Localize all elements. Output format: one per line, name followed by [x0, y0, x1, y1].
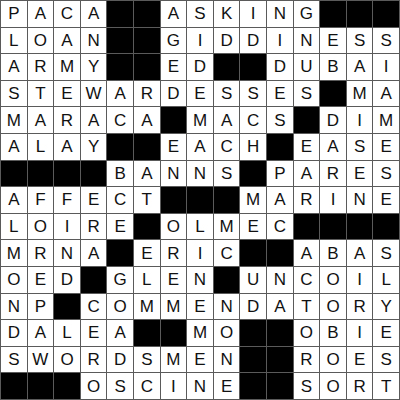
- letter-cell-r12c1[interactable]: N: [1, 294, 28, 321]
- block-cell-r15c3: [54, 373, 81, 400]
- letter-cell-r14c6[interactable]: S: [134, 347, 161, 374]
- block-cell-r6c5: [107, 134, 134, 161]
- letter-cell-r5c11[interactable]: S: [267, 107, 294, 134]
- letter-cell-r13c9[interactable]: O: [214, 320, 241, 347]
- letter-cell-r8c12[interactable]: R: [294, 187, 321, 214]
- letter-cell-r4c7[interactable]: D: [161, 81, 188, 108]
- letter-cell-r3c8[interactable]: D: [187, 54, 214, 81]
- letter-cell-r14c14[interactable]: E: [347, 347, 374, 374]
- letter-cell-r5c1[interactable]: M: [1, 107, 28, 134]
- letter-cell-r1c8[interactable]: S: [187, 1, 214, 28]
- block-cell-r8c9: [214, 187, 241, 214]
- letter-cell-r11c13[interactable]: O: [320, 267, 347, 294]
- letter-cell-r11c10[interactable]: U: [240, 267, 267, 294]
- block-cell-r2c6: [134, 28, 161, 55]
- letter-cell-r13c14[interactable]: I: [347, 320, 374, 347]
- block-cell-r13c10: [240, 320, 267, 347]
- block-cell-r9c13: [320, 214, 347, 241]
- letter-cell-r3c11[interactable]: D: [267, 54, 294, 81]
- letter-cell-r4c9[interactable]: S: [214, 81, 241, 108]
- letter-cell-r7c13[interactable]: R: [320, 161, 347, 188]
- letter-cell-r4c8[interactable]: E: [187, 81, 214, 108]
- letter-cell-r14c9[interactable]: N: [214, 347, 241, 374]
- letter-cell-r14c3[interactable]: O: [54, 347, 81, 374]
- block-cell-r15c2: [28, 373, 55, 400]
- letter-cell-r8c3[interactable]: F: [54, 187, 81, 214]
- letter-cell-r10c6[interactable]: E: [134, 240, 161, 267]
- letter-cell-r2c15[interactable]: S: [373, 28, 400, 55]
- letter-cell-r11c14[interactable]: I: [347, 267, 374, 294]
- block-cell-r9c12: [294, 214, 321, 241]
- letter-cell-r10c13[interactable]: B: [320, 240, 347, 267]
- letter-cell-r13c4[interactable]: E: [81, 320, 108, 347]
- letter-cell-r15c4[interactable]: O: [81, 373, 108, 400]
- letter-cell-r1c10[interactable]: I: [240, 1, 267, 28]
- letter-cell-r14c1[interactable]: S: [1, 347, 28, 374]
- block-cell-r1c13: [320, 1, 347, 28]
- letter-cell-r11c5[interactable]: G: [107, 267, 134, 294]
- letter-cell-r4c6[interactable]: R: [134, 81, 161, 108]
- letter-cell-r2c1[interactable]: L: [1, 28, 28, 55]
- letter-cell-r15c8[interactable]: N: [187, 373, 214, 400]
- letter-cell-r5c14[interactable]: I: [347, 107, 374, 134]
- block-cell-r10c10: [240, 240, 267, 267]
- letter-cell-r4c12[interactable]: S: [294, 81, 321, 108]
- letter-cell-r4c5[interactable]: A: [107, 81, 134, 108]
- letter-cell-r2c9[interactable]: D: [214, 28, 241, 55]
- letter-cell-r7c12[interactable]: A: [294, 161, 321, 188]
- letter-cell-r3c14[interactable]: A: [347, 54, 374, 81]
- letter-cell-r8c14[interactable]: N: [347, 187, 374, 214]
- letter-cell-r5c6[interactable]: A: [134, 107, 161, 134]
- block-cell-r7c10: [240, 161, 267, 188]
- letter-cell-r12c9[interactable]: N: [214, 294, 241, 321]
- letter-cell-r13c13[interactable]: B: [320, 320, 347, 347]
- letter-cell-r2c12[interactable]: N: [294, 28, 321, 55]
- letter-cell-r2c3[interactable]: A: [54, 28, 81, 55]
- letter-cell-r14c7[interactable]: M: [161, 347, 188, 374]
- letter-cell-r2c7[interactable]: G: [161, 28, 188, 55]
- letter-cell-r4c1[interactable]: S: [1, 81, 28, 108]
- block-cell-r1c6: [134, 1, 161, 28]
- letter-cell-r8c4[interactable]: E: [81, 187, 108, 214]
- letter-cell-r4c3[interactable]: E: [54, 81, 81, 108]
- letter-cell-r7c6[interactable]: A: [134, 161, 161, 188]
- letter-cell-r10c7[interactable]: R: [161, 240, 188, 267]
- letter-cell-r10c1[interactable]: M: [1, 240, 28, 267]
- letter-cell-r7c11[interactable]: P: [267, 161, 294, 188]
- letter-cell-r5c15[interactable]: M: [373, 107, 400, 134]
- block-cell-r9c14: [347, 214, 374, 241]
- letter-cell-r9c2[interactable]: O: [28, 214, 55, 241]
- crossword-grid: PACAASKINGLOANGIDDINESSARMYEDDUBAISTEWAR…: [0, 0, 400, 400]
- letter-cell-r7c14[interactable]: E: [347, 161, 374, 188]
- block-cell-r7c2: [28, 161, 55, 188]
- block-cell-r3c6: [134, 54, 161, 81]
- letter-cell-r14c12[interactable]: R: [294, 347, 321, 374]
- letter-cell-r14c13[interactable]: O: [320, 347, 347, 374]
- letter-cell-r11c7[interactable]: E: [161, 267, 188, 294]
- block-cell-r14c11: [267, 347, 294, 374]
- letter-cell-r8c11[interactable]: A: [267, 187, 294, 214]
- block-cell-r11c4: [81, 267, 108, 294]
- letter-cell-r10c2[interactable]: R: [28, 240, 55, 267]
- letter-cell-r3c15[interactable]: I: [373, 54, 400, 81]
- block-cell-r15c1: [1, 373, 28, 400]
- letter-cell-r1c1[interactable]: P: [1, 1, 28, 28]
- letter-cell-r8c5[interactable]: C: [107, 187, 134, 214]
- letter-cell-r15c6[interactable]: C: [134, 373, 161, 400]
- letter-cell-r14c15[interactable]: S: [373, 347, 400, 374]
- letter-cell-r7c7[interactable]: N: [161, 161, 188, 188]
- letter-cell-r15c9[interactable]: E: [214, 373, 241, 400]
- letter-cell-r1c2[interactable]: A: [28, 1, 55, 28]
- letter-cell-r7c15[interactable]: S: [373, 161, 400, 188]
- letter-cell-r9c9[interactable]: M: [214, 214, 241, 241]
- block-cell-r15c10: [240, 373, 267, 400]
- letter-cell-r2c2[interactable]: O: [28, 28, 55, 55]
- letter-cell-r8c2[interactable]: F: [28, 187, 55, 214]
- block-cell-r14c10: [240, 347, 267, 374]
- letter-cell-r5c4[interactable]: A: [81, 107, 108, 134]
- letter-cell-r3c2[interactable]: R: [28, 54, 55, 81]
- block-cell-r1c15: [373, 1, 400, 28]
- block-cell-r15c11: [267, 373, 294, 400]
- letter-cell-r11c8[interactable]: N: [187, 267, 214, 294]
- letter-cell-r9c1[interactable]: L: [1, 214, 28, 241]
- letter-cell-r12c7[interactable]: M: [161, 294, 188, 321]
- block-cell-r13c11: [267, 320, 294, 347]
- letter-cell-r1c9[interactable]: K: [214, 1, 241, 28]
- letter-cell-r6c3[interactable]: A: [54, 134, 81, 161]
- letter-cell-r3c12[interactable]: U: [294, 54, 321, 81]
- letter-cell-r9c10[interactable]: E: [240, 214, 267, 241]
- letter-cell-r13c1[interactable]: D: [1, 320, 28, 347]
- block-cell-r5c12: [294, 107, 321, 134]
- block-cell-r6c6: [134, 134, 161, 161]
- letter-cell-r12c6[interactable]: M: [134, 294, 161, 321]
- letter-cell-r13c3[interactable]: L: [54, 320, 81, 347]
- letter-cell-r5c5[interactable]: C: [107, 107, 134, 134]
- letter-cell-r2c8[interactable]: I: [187, 28, 214, 55]
- letter-cell-r3c4[interactable]: Y: [81, 54, 108, 81]
- block-cell-r9c6: [134, 214, 161, 241]
- letter-cell-r6c2[interactable]: L: [28, 134, 55, 161]
- block-cell-r6c11: [267, 134, 294, 161]
- letter-cell-r4c11[interactable]: E: [267, 81, 294, 108]
- letter-cell-r4c2[interactable]: T: [28, 81, 55, 108]
- letter-cell-r15c14[interactable]: R: [347, 373, 374, 400]
- letter-cell-r11c2[interactable]: E: [28, 267, 55, 294]
- block-cell-r13c6: [134, 320, 161, 347]
- letter-cell-r6c7[interactable]: E: [161, 134, 188, 161]
- letter-cell-r11c3[interactable]: D: [54, 267, 81, 294]
- letter-cell-r9c5[interactable]: E: [107, 214, 134, 241]
- letter-cell-r8c6[interactable]: T: [134, 187, 161, 214]
- letter-cell-r12c10[interactable]: D: [240, 294, 267, 321]
- letter-cell-r1c4[interactable]: A: [81, 1, 108, 28]
- block-cell-r12c3: [54, 294, 81, 321]
- letter-cell-r8c10[interactable]: M: [240, 187, 267, 214]
- letter-cell-r4c14[interactable]: M: [347, 81, 374, 108]
- letter-cell-r15c5[interactable]: S: [107, 373, 134, 400]
- block-cell-r4c13: [320, 81, 347, 108]
- block-cell-r3c9: [214, 54, 241, 81]
- letter-cell-r11c6[interactable]: L: [134, 267, 161, 294]
- letter-cell-r3c3[interactable]: M: [54, 54, 81, 81]
- letter-cell-r15c15[interactable]: T: [373, 373, 400, 400]
- letter-cell-r5c13[interactable]: D: [320, 107, 347, 134]
- letter-cell-r12c14[interactable]: R: [347, 294, 374, 321]
- letter-cell-r13c8[interactable]: M: [187, 320, 214, 347]
- letter-cell-r2c10[interactable]: D: [240, 28, 267, 55]
- letter-cell-r12c13[interactable]: O: [320, 294, 347, 321]
- letter-cell-r8c1[interactable]: A: [1, 187, 28, 214]
- letter-cell-r14c2[interactable]: W: [28, 347, 55, 374]
- letter-cell-r12c15[interactable]: Y: [373, 294, 400, 321]
- letter-cell-r1c3[interactable]: C: [54, 1, 81, 28]
- letter-cell-r6c13[interactable]: A: [320, 134, 347, 161]
- letter-cell-r5c2[interactable]: A: [28, 107, 55, 134]
- letter-cell-r10c4[interactable]: A: [81, 240, 108, 267]
- letter-cell-r14c5[interactable]: D: [107, 347, 134, 374]
- block-cell-r13c7: [161, 320, 188, 347]
- block-cell-r8c7: [161, 187, 188, 214]
- letter-cell-r2c4[interactable]: N: [81, 28, 108, 55]
- letter-cell-r2c11[interactable]: I: [267, 28, 294, 55]
- block-cell-r1c5: [107, 1, 134, 28]
- letter-cell-r7c8[interactable]: N: [187, 161, 214, 188]
- letter-cell-r3c13[interactable]: B: [320, 54, 347, 81]
- block-cell-r10c5: [107, 240, 134, 267]
- block-cell-r10c11: [267, 240, 294, 267]
- block-cell-r7c4: [81, 161, 108, 188]
- letter-cell-r5c9[interactable]: A: [214, 107, 241, 134]
- letter-cell-r14c8[interactable]: E: [187, 347, 214, 374]
- letter-cell-r1c12[interactable]: G: [294, 1, 321, 28]
- letter-cell-r12c5[interactable]: O: [107, 294, 134, 321]
- letter-cell-r15c7[interactable]: I: [161, 373, 188, 400]
- letter-cell-r10c15[interactable]: S: [373, 240, 400, 267]
- letter-cell-r5c8[interactable]: M: [187, 107, 214, 134]
- letter-cell-r7c9[interactable]: S: [214, 161, 241, 188]
- letter-cell-r4c15[interactable]: A: [373, 81, 400, 108]
- block-cell-r9c15: [373, 214, 400, 241]
- letter-cell-r5c10[interactable]: C: [240, 107, 267, 134]
- letter-cell-r12c2[interactable]: P: [28, 294, 55, 321]
- letter-cell-r13c15[interactable]: E: [373, 320, 400, 347]
- letter-cell-r9c11[interactable]: C: [267, 214, 294, 241]
- letter-cell-r4c10[interactable]: S: [240, 81, 267, 108]
- block-cell-r3c5: [107, 54, 134, 81]
- letter-cell-r7c5[interactable]: B: [107, 161, 134, 188]
- block-cell-r3c10: [240, 54, 267, 81]
- block-cell-r7c3: [54, 161, 81, 188]
- letter-cell-r3c1[interactable]: A: [1, 54, 28, 81]
- letter-cell-r10c12[interactable]: A: [294, 240, 321, 267]
- block-cell-r1c14: [347, 1, 374, 28]
- letter-cell-r11c12[interactable]: C: [294, 267, 321, 294]
- letter-cell-r15c13[interactable]: O: [320, 373, 347, 400]
- letter-cell-r6c9[interactable]: C: [214, 134, 241, 161]
- letter-cell-r11c11[interactable]: N: [267, 267, 294, 294]
- letter-cell-r2c13[interactable]: E: [320, 28, 347, 55]
- letter-cell-r13c2[interactable]: A: [28, 320, 55, 347]
- letter-cell-r12c8[interactable]: E: [187, 294, 214, 321]
- block-cell-r7c1: [1, 161, 28, 188]
- letter-cell-r6c14[interactable]: S: [347, 134, 374, 161]
- letter-cell-r1c7[interactable]: A: [161, 1, 188, 28]
- letter-cell-r2c14[interactable]: S: [347, 28, 374, 55]
- letter-cell-r8c15[interactable]: E: [373, 187, 400, 214]
- letter-cell-r1c11[interactable]: N: [267, 1, 294, 28]
- letter-cell-r8c13[interactable]: I: [320, 187, 347, 214]
- letter-cell-r13c5[interactable]: A: [107, 320, 134, 347]
- letter-cell-r10c9[interactable]: C: [214, 240, 241, 267]
- block-cell-r5c7: [161, 107, 188, 134]
- block-cell-r11c9: [214, 267, 241, 294]
- block-cell-r8c8: [187, 187, 214, 214]
- letter-cell-r12c4[interactable]: C: [81, 294, 108, 321]
- letter-cell-r11c15[interactable]: L: [373, 267, 400, 294]
- letter-cell-r9c8[interactable]: L: [187, 214, 214, 241]
- letter-cell-r14c4[interactable]: R: [81, 347, 108, 374]
- letter-cell-r10c14[interactable]: A: [347, 240, 374, 267]
- letter-cell-r9c7[interactable]: O: [161, 214, 188, 241]
- letter-cell-r12c11[interactable]: A: [267, 294, 294, 321]
- letter-cell-r6c4[interactable]: Y: [81, 134, 108, 161]
- letter-cell-r6c8[interactable]: A: [187, 134, 214, 161]
- letter-cell-r3c7[interactable]: E: [161, 54, 188, 81]
- letter-cell-r13c12[interactable]: O: [294, 320, 321, 347]
- letter-cell-r9c4[interactable]: R: [81, 214, 108, 241]
- block-cell-r2c5: [107, 28, 134, 55]
- letter-cell-r11c1[interactable]: O: [1, 267, 28, 294]
- letter-cell-r10c3[interactable]: N: [54, 240, 81, 267]
- letter-cell-r9c3[interactable]: I: [54, 214, 81, 241]
- letter-cell-r5c3[interactable]: R: [54, 107, 81, 134]
- letter-cell-r6c10[interactable]: H: [240, 134, 267, 161]
- letter-cell-r12c12[interactable]: T: [294, 294, 321, 321]
- letter-cell-r6c1[interactable]: A: [1, 134, 28, 161]
- letter-cell-r4c4[interactable]: W: [81, 81, 108, 108]
- letter-cell-r10c8[interactable]: I: [187, 240, 214, 267]
- letter-cell-r6c12[interactable]: E: [294, 134, 321, 161]
- letter-cell-r6c15[interactable]: E: [373, 134, 400, 161]
- letter-cell-r15c12[interactable]: S: [294, 373, 321, 400]
